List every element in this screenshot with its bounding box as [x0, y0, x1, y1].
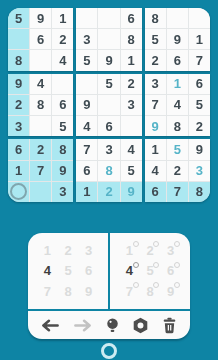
cell-r5c5[interactable]: [98, 95, 119, 115]
digit-3[interactable]: 3: [78, 240, 99, 261]
cell-r6c5[interactable]: 6: [98, 116, 119, 136]
redo-button[interactable]: [73, 319, 92, 332]
cell-r2c9[interactable]: 1: [189, 29, 210, 49]
cell-r5c3[interactable]: 6: [52, 95, 73, 115]
digit-5[interactable]: 5: [58, 261, 79, 282]
note-marker-icon: [174, 262, 180, 268]
digit-7[interactable]: 7: [37, 281, 58, 302]
cell-r6c4[interactable]: 4: [76, 116, 97, 136]
cell-r7c7[interactable]: 1: [145, 139, 166, 159]
cell-r2c2[interactable]: 6: [30, 29, 51, 49]
cell-r4c6[interactable]: 2: [121, 74, 142, 94]
notes-number-pad: 123456789: [110, 233, 190, 309]
input-panel: 123456789 123456789: [28, 233, 190, 339]
arrow-right-icon: [73, 319, 92, 332]
cell-r9c9[interactable]: 8: [189, 182, 210, 202]
erase-button[interactable]: [162, 317, 177, 334]
block-2-3: 316745982: [145, 74, 210, 137]
sudoku-board: 5916284638591859126794286355293463167459…: [8, 8, 210, 202]
note-digit-9[interactable]: 9: [160, 281, 181, 302]
cell-r5c4[interactable]: 9: [76, 95, 97, 115]
cell-r5c7[interactable]: 7: [145, 95, 166, 115]
cell-r5c1[interactable]: 2: [8, 95, 29, 115]
cell-r6c1[interactable]: 3: [8, 116, 29, 136]
note-digit-8[interactable]: 8: [140, 281, 161, 302]
note-digit-1[interactable]: 1: [119, 240, 140, 261]
cell-r7c9[interactable]: 9: [189, 139, 210, 159]
number-pads: 123456789 123456789: [28, 233, 190, 309]
cell-r9c2[interactable]: [30, 182, 51, 202]
block-1-1: 5916284: [8, 8, 73, 71]
trash-icon: [162, 317, 177, 334]
drag-handle[interactable]: [101, 343, 117, 359]
block-1-2: 638591: [76, 8, 141, 71]
cell-r8c6[interactable]: 5: [121, 161, 142, 181]
cell-r2c5[interactable]: [98, 29, 119, 49]
cell-r9c4[interactable]: 1: [76, 182, 97, 202]
digit-2[interactable]: 2: [58, 240, 79, 261]
note-digit-5[interactable]: 5: [140, 261, 161, 282]
cell-r9c6[interactable]: 9: [121, 182, 142, 202]
cell-r1c5[interactable]: [98, 8, 119, 28]
cell-r7c4[interactable]: 7: [76, 139, 97, 159]
note-marker-icon: [174, 241, 180, 247]
cell-r4c7[interactable]: 3: [145, 74, 166, 94]
normal-number-pad: 123456789: [28, 233, 108, 309]
block-1-3: 8591267: [145, 8, 210, 71]
cell-r3c2[interactable]: [30, 50, 51, 70]
arrow-left-icon: [41, 319, 60, 332]
note-digit-3[interactable]: 3: [160, 240, 181, 261]
cell-r2c3[interactable]: 2: [52, 29, 73, 49]
cell-r1c1[interactable]: 5: [8, 8, 29, 28]
cell-r6c9[interactable]: 2: [189, 116, 210, 136]
note-marker-icon: [153, 262, 159, 268]
cell-r8c7[interactable]: 4: [145, 161, 166, 181]
hint-button[interactable]: [105, 317, 120, 334]
digit-9[interactable]: 9: [78, 281, 99, 302]
cell-r9c1[interactable]: [8, 182, 29, 202]
toolbar: [28, 311, 190, 339]
cell-r5c6[interactable]: 3: [121, 95, 142, 115]
cell-r6c6[interactable]: [121, 116, 142, 136]
block-3-2: 734685129: [76, 139, 141, 202]
cell-r3c9[interactable]: 7: [189, 50, 210, 70]
cell-r6c7[interactable]: 9: [145, 116, 166, 136]
cell-r4c9[interactable]: 6: [189, 74, 210, 94]
cell-r2c1[interactable]: [8, 29, 29, 49]
cell-r9c3[interactable]: 3: [52, 182, 73, 202]
cell-r7c3[interactable]: 8: [52, 139, 73, 159]
note-marker-icon: [133, 241, 139, 247]
cell-r8c9[interactable]: 3: [189, 161, 210, 181]
cell-r3c5[interactable]: 9: [98, 50, 119, 70]
cell-r1c6[interactable]: 6: [121, 8, 142, 28]
cell-r3c6[interactable]: 1: [121, 50, 142, 70]
cell-r1c8[interactable]: [167, 8, 188, 28]
digit-4[interactable]: 4: [37, 261, 58, 282]
cell-r7c2[interactable]: 2: [30, 139, 51, 159]
cell-r1c7[interactable]: 8: [145, 8, 166, 28]
note-marker-icon: [153, 282, 159, 288]
cell-r5c8[interactable]: 4: [167, 95, 188, 115]
cell-r9c8[interactable]: 7: [167, 182, 188, 202]
cell-r4c2[interactable]: 4: [30, 74, 51, 94]
hex-nut-icon: [132, 317, 149, 334]
settings-button[interactable]: [132, 317, 149, 334]
cell-r3c3[interactable]: 4: [52, 50, 73, 70]
cell-r9c5[interactable]: 2: [98, 182, 119, 202]
cell-r6c8[interactable]: 8: [167, 116, 188, 136]
cell-r5c9[interactable]: 5: [189, 95, 210, 115]
cell-r4c5[interactable]: 5: [98, 74, 119, 94]
cell-r8c2[interactable]: 7: [30, 161, 51, 181]
cell-r4c3[interactable]: [52, 74, 73, 94]
digit-6[interactable]: 6: [78, 261, 99, 282]
cell-r1c4[interactable]: [76, 8, 97, 28]
block-2-2: 529346: [76, 74, 141, 137]
cell-r3c4[interactable]: 5: [76, 50, 97, 70]
note-digit-2[interactable]: 2: [140, 240, 161, 261]
block-3-3: 159423678: [145, 139, 210, 202]
note-digit-6[interactable]: 6: [160, 261, 181, 282]
note-marker-icon: [153, 241, 159, 247]
cell-r8c1[interactable]: 1: [8, 161, 29, 181]
block-2-1: 9428635: [8, 74, 73, 137]
cell-r7c1[interactable]: 6: [8, 139, 29, 159]
cell-r3c7[interactable]: 2: [145, 50, 166, 70]
cell-r3c1[interactable]: 8: [8, 50, 29, 70]
cell-r8c5[interactable]: 8: [98, 161, 119, 181]
cell-r2c6[interactable]: 8: [121, 29, 142, 49]
cell-r2c8[interactable]: 9: [167, 29, 188, 49]
note-digit-4[interactable]: 4: [119, 261, 140, 282]
cell-r6c2[interactable]: [30, 116, 51, 136]
digit-8[interactable]: 8: [58, 281, 79, 302]
cell-r4c4[interactable]: [76, 74, 97, 94]
selection-ring: [10, 183, 27, 200]
note-marker-icon: [174, 282, 180, 288]
cell-r8c4[interactable]: 6: [76, 161, 97, 181]
cell-r1c2[interactable]: 9: [30, 8, 51, 28]
lightbulb-icon: [105, 317, 120, 334]
cell-r5c2[interactable]: 8: [30, 95, 51, 115]
cell-r4c8[interactable]: 1: [167, 74, 188, 94]
cell-r8c3[interactable]: 9: [52, 161, 73, 181]
cell-r8c8[interactable]: 2: [167, 161, 188, 181]
cell-r3c8[interactable]: 6: [167, 50, 188, 70]
cell-r7c8[interactable]: 5: [167, 139, 188, 159]
block-3-1: 6281793: [8, 139, 73, 202]
note-digit-7[interactable]: 7: [119, 281, 140, 302]
cell-r2c4[interactable]: 3: [76, 29, 97, 49]
cell-r6c3[interactable]: 5: [52, 116, 73, 136]
cell-r2c7[interactable]: 5: [145, 29, 166, 49]
cell-r9c7[interactable]: 6: [145, 182, 166, 202]
note-marker-icon: [133, 282, 139, 288]
cell-r4c1[interactable]: 9: [8, 74, 29, 94]
undo-button[interactable]: [41, 319, 60, 332]
cell-r1c9[interactable]: [189, 8, 210, 28]
digit-1[interactable]: 1: [37, 240, 58, 261]
note-marker-icon: [133, 262, 139, 268]
cell-r1c3[interactable]: 1: [52, 8, 73, 28]
cell-r7c6[interactable]: 4: [121, 139, 142, 159]
cell-r7c5[interactable]: 3: [98, 139, 119, 159]
